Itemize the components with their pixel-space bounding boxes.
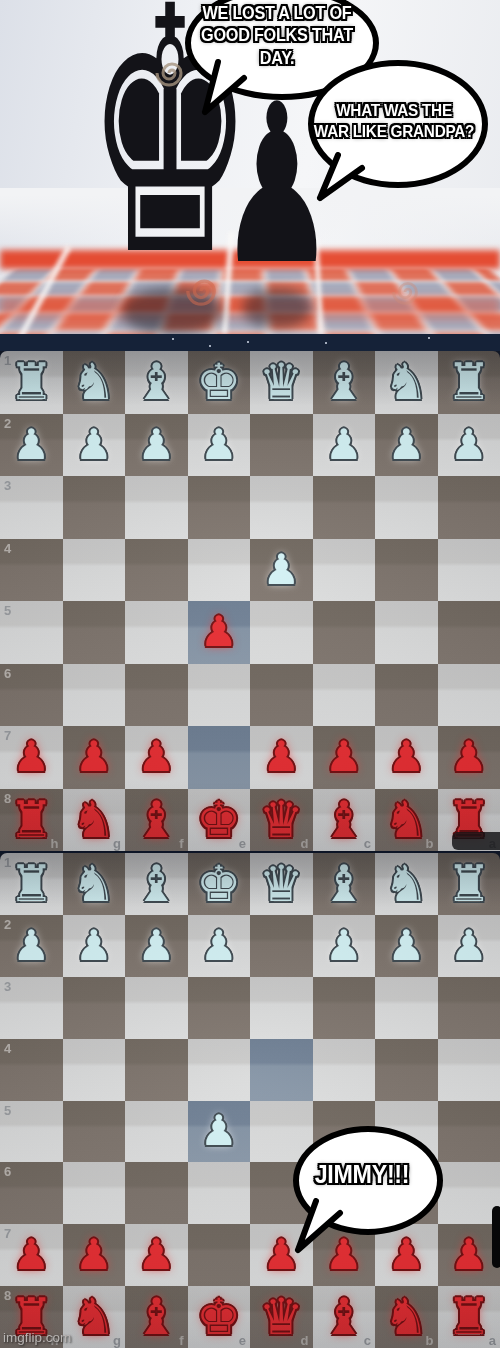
red-pawn[interactable]: ♟ [450, 1234, 488, 1276]
square-f6[interactable] [125, 1162, 188, 1224]
red-pawn[interactable]: ♟ [200, 611, 238, 653]
square-a7[interactable]: ♟ [438, 1224, 500, 1286]
file-label: e [239, 836, 246, 851]
red-pawn[interactable]: ♟ [387, 736, 425, 778]
white-pawn[interactable]: ♟ [450, 925, 488, 967]
square-e1[interactable]: ♚ [188, 853, 251, 915]
photo-panel: ♚ ♟ WE LOST A LOT OF GOOD FOLKS THAT DAY… [0, 0, 500, 334]
square-g3[interactable] [63, 476, 126, 539]
square-b8[interactable]: b♞ [375, 789, 438, 852]
square-a2[interactable]: ♟ [438, 414, 500, 477]
red-bishop[interactable]: ♝ [321, 795, 366, 845]
red-bishop[interactable]: ♝ [321, 1292, 366, 1342]
square-e4[interactable] [188, 539, 251, 602]
square-b1[interactable]: ♞ [375, 351, 438, 414]
white-pawn[interactable]: ♟ [387, 424, 425, 466]
square-e2[interactable]: ♟ [188, 915, 251, 977]
white-rook[interactable]: ♜ [9, 859, 54, 909]
rank-label: 6 [4, 666, 11, 681]
red-king[interactable]: ♚ [196, 795, 241, 845]
white-pawn[interactable]: ♟ [200, 1110, 238, 1152]
square-f8[interactable]: f♝ [125, 789, 188, 852]
white-queen[interactable]: ♛ [259, 859, 304, 909]
rank-label: 1 [4, 353, 11, 368]
square-e8[interactable]: e♚ [188, 1286, 251, 1348]
red-rook[interactable]: ♜ [446, 1292, 491, 1342]
white-pawn[interactable]: ♟ [325, 925, 363, 967]
star-dot [247, 341, 249, 343]
kid-bubble-text: WHAT WAS THE WAR LIKE GRANDPA? [307, 100, 482, 143]
rank-label: 7 [4, 728, 11, 743]
square-e2[interactable]: ♟ [188, 414, 251, 477]
square-c3[interactable] [313, 977, 376, 1039]
file-label: f [179, 1333, 183, 1348]
square-g5[interactable] [63, 1101, 126, 1163]
square-f1[interactable]: ♝ [125, 351, 188, 414]
white-pawn[interactable]: ♟ [12, 925, 50, 967]
square-g1[interactable]: ♞ [63, 853, 126, 915]
rank-label: 4 [4, 541, 11, 556]
square-c1[interactable]: ♝ [313, 853, 376, 915]
imgflip-watermark: imgflip.com [3, 1330, 71, 1345]
square-h8[interactable]: 8h♜ [0, 789, 63, 852]
square-g2[interactable]: ♟ [63, 414, 126, 477]
square-g5[interactable] [63, 601, 126, 664]
square-d4[interactable]: ♟ [250, 539, 313, 602]
file-label: a [489, 1333, 496, 1348]
square-a1[interactable]: ♜ [438, 853, 500, 915]
square-d1[interactable]: ♛ [250, 853, 313, 915]
square-h1[interactable]: 1♜ [0, 853, 63, 915]
white-rook[interactable]: ♜ [9, 357, 54, 407]
white-knight[interactable]: ♞ [384, 357, 429, 407]
file-label: d [301, 1333, 309, 1348]
red-pawn[interactable]: ♟ [75, 736, 113, 778]
square-g8[interactable]: g♞ [63, 1286, 126, 1348]
kid-line1: WHAT WAS THE [307, 100, 482, 121]
square-f7[interactable]: ♟ [125, 1224, 188, 1286]
white-pawn[interactable]: ♟ [325, 424, 363, 466]
square-a8[interactable]: a♜ [438, 1286, 500, 1348]
rank-label: 2 [4, 416, 11, 431]
square-a7[interactable]: ♟ [438, 726, 500, 789]
white-queen[interactable]: ♛ [259, 357, 304, 407]
square-a6[interactable] [438, 664, 500, 727]
file-label: d [301, 836, 309, 851]
white-king[interactable]: ♚ [196, 357, 241, 407]
square-a4[interactable] [438, 1039, 500, 1101]
square-g7[interactable]: ♟ [63, 726, 126, 789]
red-queen[interactable]: ♛ [259, 795, 304, 845]
white-bishop[interactable]: ♝ [321, 357, 366, 407]
red-king[interactable]: ♚ [196, 1292, 241, 1342]
square-e3[interactable] [188, 476, 251, 539]
square-d2[interactable] [250, 915, 313, 977]
star-dot [325, 342, 327, 344]
square-a3[interactable] [438, 476, 500, 539]
square-e4[interactable] [188, 1039, 251, 1101]
white-pawn[interactable]: ♟ [75, 424, 113, 466]
square-b4[interactable] [375, 539, 438, 602]
square-f5[interactable] [125, 1101, 188, 1163]
space-background-strip [0, 334, 500, 351]
rank-label: 8 [4, 791, 11, 806]
red-rook[interactable]: ♜ [9, 795, 54, 845]
rank-label: 5 [4, 1103, 11, 1118]
rank-label: 4 [4, 1041, 11, 1056]
white-pawn[interactable]: ♟ [262, 549, 300, 591]
square-a3[interactable] [438, 977, 500, 1039]
square-a1[interactable]: ♜ [438, 351, 500, 414]
spiral-reflection-icon [178, 268, 224, 314]
square-b7[interactable]: ♟ [375, 726, 438, 789]
red-knight[interactable]: ♞ [384, 795, 429, 845]
kid-line2: WAR LIKE GRANDPA? [307, 121, 482, 142]
square-e1[interactable]: ♚ [188, 351, 251, 414]
square-h5[interactable]: 5 [0, 1101, 63, 1163]
square-h1[interactable]: 1♜ [0, 351, 63, 414]
square-h6[interactable]: 6 [0, 664, 63, 727]
white-rook[interactable]: ♜ [446, 859, 491, 909]
rank-label: 6 [4, 1164, 11, 1179]
rank-label: 3 [4, 979, 11, 994]
square-c6[interactable] [313, 664, 376, 727]
star-dot [428, 337, 430, 339]
square-c4[interactable] [313, 1039, 376, 1101]
red-pawn[interactable]: ♟ [137, 736, 175, 778]
red-pawn[interactable]: ♟ [75, 1234, 113, 1276]
square-d2[interactable] [250, 414, 313, 477]
white-pawn[interactable]: ♟ [200, 424, 238, 466]
square-c1[interactable]: ♝ [313, 351, 376, 414]
square-b2[interactable]: ♟ [375, 915, 438, 977]
square-b4[interactable] [375, 1039, 438, 1101]
square-f1[interactable]: ♝ [125, 853, 188, 915]
red-knight[interactable]: ♞ [384, 1292, 429, 1342]
square-d4[interactable] [250, 1039, 313, 1101]
square-a6[interactable] [438, 1162, 500, 1224]
square-h2[interactable]: 2♟ [0, 915, 63, 977]
square-b1[interactable]: ♞ [375, 853, 438, 915]
red-queen[interactable]: ♛ [259, 1292, 304, 1342]
square-d1[interactable]: ♛ [250, 351, 313, 414]
square-d8[interactable]: d♛ [250, 789, 313, 852]
speech-bubble-tail [312, 152, 368, 204]
red-bishop[interactable]: ♝ [134, 795, 179, 845]
red-pawn[interactable]: ♟ [137, 1234, 175, 1276]
square-b3[interactable] [375, 476, 438, 539]
white-bishop[interactable]: ♝ [321, 859, 366, 909]
square-e8[interactable]: e♚ [188, 789, 251, 852]
square-h3[interactable]: 3 [0, 476, 63, 539]
white-pawn[interactable]: ♟ [137, 424, 175, 466]
square-h2[interactable]: 2♟ [0, 414, 63, 477]
rank-label: 3 [4, 478, 11, 493]
red-pawn[interactable]: ♟ [12, 1234, 50, 1276]
file-label: g [113, 1333, 121, 1348]
square-f3[interactable] [125, 977, 188, 1039]
file-label: e [239, 1333, 246, 1348]
square-g3[interactable] [63, 977, 126, 1039]
white-knight[interactable]: ♞ [384, 859, 429, 909]
square-f3[interactable] [125, 476, 188, 539]
grandpa-line1: WE LOST A LOT OF [185, 2, 369, 24]
square-b8[interactable]: b♞ [375, 1286, 438, 1348]
square-f8[interactable]: f♝ [125, 1286, 188, 1348]
square-f4[interactable] [125, 539, 188, 602]
red-knight[interactable]: ♞ [71, 795, 116, 845]
star-dot [172, 338, 174, 340]
file-label: c [364, 836, 371, 851]
square-b3[interactable] [375, 977, 438, 1039]
file-label: c [364, 1333, 371, 1348]
white-rook[interactable]: ♜ [446, 357, 491, 407]
square-a5[interactable] [438, 1101, 500, 1163]
white-pawn[interactable]: ♟ [12, 424, 50, 466]
square-g4[interactable] [63, 539, 126, 602]
square-c3[interactable] [313, 476, 376, 539]
rank-label: 1 [4, 855, 11, 870]
square-h4[interactable]: 4 [0, 539, 63, 602]
square-f7[interactable]: ♟ [125, 726, 188, 789]
square-g2[interactable]: ♟ [63, 915, 126, 977]
square-a5[interactable] [438, 601, 500, 664]
square-d8[interactable]: d♛ [250, 1286, 313, 1348]
square-a4[interactable] [438, 539, 500, 602]
rank-label: 2 [4, 917, 11, 932]
square-h3[interactable]: 3 [0, 977, 63, 1039]
red-pawn[interactable]: ♟ [387, 1234, 425, 1276]
square-c7[interactable]: ♟ [313, 726, 376, 789]
square-g8[interactable]: g♞ [63, 789, 126, 852]
square-a2[interactable]: ♟ [438, 915, 500, 977]
spiral-reflection-icon [385, 272, 425, 312]
square-e7[interactable] [188, 1224, 251, 1286]
square-h7[interactable]: 7♟ [0, 1224, 63, 1286]
square-h4[interactable]: 4 [0, 1039, 63, 1101]
square-c2[interactable]: ♟ [313, 915, 376, 977]
square-c2[interactable]: ♟ [313, 414, 376, 477]
square-d5[interactable] [250, 601, 313, 664]
square-e5[interactable]: ♟ [188, 1101, 251, 1163]
square-d3[interactable] [250, 476, 313, 539]
red-pawn[interactable]: ♟ [12, 736, 50, 778]
white-knight[interactable]: ♞ [71, 357, 116, 407]
square-f2[interactable]: ♟ [125, 414, 188, 477]
square-e6[interactable] [188, 1162, 251, 1224]
red-pawn[interactable]: ♟ [325, 736, 363, 778]
grandpa-bubble-text: WE LOST A LOT OF GOOD FOLKS THAT DAY. [185, 2, 369, 69]
square-g7[interactable]: ♟ [63, 1224, 126, 1286]
square-f2[interactable]: ♟ [125, 915, 188, 977]
square-g4[interactable] [63, 1039, 126, 1101]
scrollbar-thumb[interactable] [492, 1206, 500, 1268]
overlay-pill[interactable] [452, 832, 500, 850]
square-f5[interactable] [125, 601, 188, 664]
file-label: b [426, 1333, 434, 1348]
square-h5[interactable]: 5 [0, 601, 63, 664]
speech-bubble-tail [288, 1198, 348, 1256]
rank-label: 8 [4, 1288, 11, 1303]
square-e7[interactable] [188, 726, 251, 789]
red-bishop[interactable]: ♝ [134, 1292, 179, 1342]
white-knight[interactable]: ♞ [71, 859, 116, 909]
square-h6[interactable]: 6 [0, 1162, 63, 1224]
chess-board-middle: 1♜♞♝♚♛♝♞♜2♟♟♟♟♟♟♟34♟5♟67♟♟♟♟♟♟♟8h♜g♞f♝e♚… [0, 351, 500, 851]
square-g6[interactable] [63, 664, 126, 727]
square-d6[interactable] [250, 664, 313, 727]
square-c4[interactable] [313, 539, 376, 602]
square-e6[interactable] [188, 664, 251, 727]
square-d3[interactable] [250, 977, 313, 1039]
white-pawn[interactable]: ♟ [387, 925, 425, 967]
white-pawn[interactable]: ♟ [137, 925, 175, 967]
file-label: f [179, 836, 183, 851]
square-b6[interactable] [375, 664, 438, 727]
grandpa-line2: GOOD FOLKS THAT DAY. [185, 24, 369, 69]
square-c8[interactable]: c♝ [313, 1286, 376, 1348]
white-pawn[interactable]: ♟ [200, 925, 238, 967]
square-c5[interactable] [313, 601, 376, 664]
square-c8[interactable]: c♝ [313, 789, 376, 852]
red-knight[interactable]: ♞ [71, 1292, 116, 1342]
white-pawn[interactable]: ♟ [75, 925, 113, 967]
spiral-decoration-icon [148, 52, 190, 94]
square-e3[interactable] [188, 977, 251, 1039]
square-f4[interactable] [125, 1039, 188, 1101]
white-bishop[interactable]: ♝ [134, 357, 179, 407]
square-g6[interactable] [63, 1162, 126, 1224]
chess-board-bottom: 1♜♞♝♚♛♝♞♜2♟♟♟♟♟♟♟345♟67♟♟♟♟♟♟♟8h♜g♞f♝e♚d… [0, 853, 500, 1348]
square-b2[interactable]: ♟ [375, 414, 438, 477]
square-h7[interactable]: 7♟ [0, 726, 63, 789]
rank-label: 5 [4, 603, 11, 618]
square-e5[interactable]: ♟ [188, 601, 251, 664]
square-d7[interactable]: ♟ [250, 726, 313, 789]
white-king[interactable]: ♚ [196, 859, 241, 909]
square-b5[interactable] [375, 601, 438, 664]
square-g1[interactable]: ♞ [63, 351, 126, 414]
red-pawn[interactable]: ♟ [450, 736, 488, 778]
white-bishop[interactable]: ♝ [134, 859, 179, 909]
file-label: b [426, 836, 434, 851]
white-pawn[interactable]: ♟ [450, 424, 488, 466]
jimmy-bubble-text: JIMMY!!! [293, 1160, 431, 1189]
file-label: g [113, 836, 121, 851]
file-label: h [51, 836, 59, 851]
red-pawn[interactable]: ♟ [262, 736, 300, 778]
square-f6[interactable] [125, 664, 188, 727]
rank-label: 7 [4, 1226, 11, 1241]
star-dot [209, 345, 211, 347]
